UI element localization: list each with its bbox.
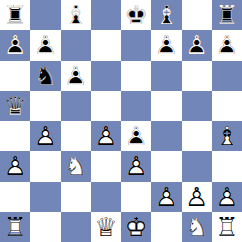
piece-outline: ♖ xyxy=(0,0,30,30)
square-c5[interactable] xyxy=(61,91,91,121)
square-f1[interactable] xyxy=(151,212,181,242)
square-e1[interactable]: ♚♔ xyxy=(121,212,151,242)
white-pawn: ♟♙ xyxy=(212,182,242,212)
square-c1[interactable] xyxy=(61,212,91,242)
square-b5[interactable] xyxy=(30,91,60,121)
white-pawn: ♟♙ xyxy=(91,121,121,151)
square-h8[interactable]: ♜♖ xyxy=(212,0,242,30)
square-d4[interactable]: ♟♙ xyxy=(91,121,121,151)
black-pawn: ♟♙ xyxy=(0,30,30,60)
square-a6[interactable] xyxy=(0,61,30,91)
chess-board: ♜♖♝♗♚♔♝♗♜♖♟♙♟♙♟♙♟♙♟♙♞♘♟♙♛♕♟♙♟♙♟♙♝♗♟♙♞♘♟♙… xyxy=(0,0,242,242)
square-h3[interactable] xyxy=(212,151,242,181)
square-h2[interactable]: ♟♙ xyxy=(212,182,242,212)
piece-outline: ♙ xyxy=(121,121,151,151)
square-a7[interactable]: ♟♙ xyxy=(0,30,30,60)
square-g8[interactable] xyxy=(182,0,212,30)
piece-outline: ♘ xyxy=(61,151,91,181)
square-c2[interactable] xyxy=(61,182,91,212)
square-e8[interactable]: ♚♔ xyxy=(121,0,151,30)
piece-outline: ♖ xyxy=(212,0,242,30)
piece-outline: ♖ xyxy=(212,212,242,242)
square-f4[interactable] xyxy=(151,121,181,151)
square-g1[interactable]: ♞♘ xyxy=(182,212,212,242)
square-g6[interactable] xyxy=(182,61,212,91)
black-rook: ♜♖ xyxy=(0,0,30,30)
square-c6[interactable]: ♟♙ xyxy=(61,61,91,91)
square-e4[interactable]: ♟♙ xyxy=(121,121,151,151)
square-a8[interactable]: ♜♖ xyxy=(0,0,30,30)
square-e7[interactable] xyxy=(121,30,151,60)
square-c3[interactable]: ♞♘ xyxy=(61,151,91,181)
piece-outline: ♙ xyxy=(182,182,212,212)
square-b7[interactable]: ♟♙ xyxy=(30,30,60,60)
square-f2[interactable]: ♟♙ xyxy=(151,182,181,212)
piece-outline: ♗ xyxy=(61,0,91,30)
black-queen: ♛♕ xyxy=(0,91,30,121)
square-c7[interactable] xyxy=(61,30,91,60)
piece-outline: ♙ xyxy=(91,121,121,151)
square-d2[interactable] xyxy=(91,182,121,212)
piece-outline: ♖ xyxy=(0,212,30,242)
square-e3[interactable]: ♟♙ xyxy=(121,151,151,181)
white-king: ♚♔ xyxy=(121,212,151,242)
square-d7[interactable] xyxy=(91,30,121,60)
square-f5[interactable] xyxy=(151,91,181,121)
square-a4[interactable] xyxy=(0,121,30,151)
square-e2[interactable] xyxy=(121,182,151,212)
black-pawn: ♟♙ xyxy=(30,30,60,60)
white-rook: ♜♖ xyxy=(212,212,242,242)
white-pawn: ♟♙ xyxy=(30,121,60,151)
black-pawn: ♟♙ xyxy=(151,30,181,60)
square-f8[interactable]: ♝♗ xyxy=(151,0,181,30)
square-h1[interactable]: ♜♖ xyxy=(212,212,242,242)
white-knight: ♞♘ xyxy=(182,212,212,242)
square-c4[interactable] xyxy=(61,121,91,151)
black-pawn: ♟♙ xyxy=(212,30,242,60)
piece-outline: ♙ xyxy=(182,30,212,60)
piece-outline: ♔ xyxy=(121,0,151,30)
piece-outline: ♗ xyxy=(151,0,181,30)
square-e5[interactable] xyxy=(121,91,151,121)
black-rook: ♜♖ xyxy=(212,0,242,30)
square-g7[interactable]: ♟♙ xyxy=(182,30,212,60)
black-knight: ♞♘ xyxy=(30,61,60,91)
square-g3[interactable] xyxy=(182,151,212,181)
piece-outline: ♘ xyxy=(30,61,60,91)
square-d5[interactable] xyxy=(91,91,121,121)
piece-outline: ♙ xyxy=(212,30,242,60)
black-pawn: ♟♙ xyxy=(182,30,212,60)
piece-outline: ♙ xyxy=(121,151,151,181)
square-h4[interactable]: ♝♗ xyxy=(212,121,242,151)
piece-outline: ♙ xyxy=(30,121,60,151)
square-a5[interactable]: ♛♕ xyxy=(0,91,30,121)
white-queen: ♛♕ xyxy=(91,212,121,242)
square-b8[interactable] xyxy=(30,0,60,30)
square-d3[interactable] xyxy=(91,151,121,181)
piece-outline: ♘ xyxy=(182,212,212,242)
piece-outline: ♔ xyxy=(121,212,151,242)
piece-outline: ♕ xyxy=(91,212,121,242)
black-bishop: ♝♗ xyxy=(61,0,91,30)
piece-outline: ♙ xyxy=(30,30,60,60)
square-b4[interactable]: ♟♙ xyxy=(30,121,60,151)
black-king: ♚♔ xyxy=(121,0,151,30)
piece-outline: ♙ xyxy=(61,61,91,91)
square-h7[interactable]: ♟♙ xyxy=(212,30,242,60)
square-f3[interactable] xyxy=(151,151,181,181)
white-pawn: ♟♙ xyxy=(182,182,212,212)
piece-outline: ♕ xyxy=(0,91,30,121)
square-d1[interactable]: ♛♕ xyxy=(91,212,121,242)
square-b3[interactable] xyxy=(30,151,60,181)
piece-outline: ♗ xyxy=(212,121,242,151)
black-pawn: ♟♙ xyxy=(121,121,151,151)
square-b6[interactable]: ♞♘ xyxy=(30,61,60,91)
square-f7[interactable]: ♟♙ xyxy=(151,30,181,60)
square-g4[interactable] xyxy=(182,121,212,151)
square-d6[interactable] xyxy=(91,61,121,91)
black-bishop: ♝♗ xyxy=(151,0,181,30)
square-b1[interactable] xyxy=(30,212,60,242)
white-bishop: ♝♗ xyxy=(212,121,242,151)
square-h6[interactable] xyxy=(212,61,242,91)
square-e6[interactable] xyxy=(121,61,151,91)
black-pawn: ♟♙ xyxy=(61,61,91,91)
piece-outline: ♙ xyxy=(0,30,30,60)
square-d8[interactable] xyxy=(91,0,121,30)
square-f6[interactable] xyxy=(151,61,181,91)
white-pawn: ♟♙ xyxy=(0,151,30,181)
square-a2[interactable] xyxy=(0,182,30,212)
piece-outline: ♙ xyxy=(212,182,242,212)
white-knight: ♞♘ xyxy=(61,151,91,181)
piece-outline: ♙ xyxy=(0,151,30,181)
white-pawn: ♟♙ xyxy=(121,151,151,181)
square-b2[interactable] xyxy=(30,182,60,212)
white-rook: ♜♖ xyxy=(0,212,30,242)
square-a3[interactable]: ♟♙ xyxy=(0,151,30,181)
square-g5[interactable] xyxy=(182,91,212,121)
square-h5[interactable] xyxy=(212,91,242,121)
piece-outline: ♙ xyxy=(151,30,181,60)
piece-outline: ♙ xyxy=(151,182,181,212)
white-pawn: ♟♙ xyxy=(151,182,181,212)
square-c8[interactable]: ♝♗ xyxy=(61,0,91,30)
square-a1[interactable]: ♜♖ xyxy=(0,212,30,242)
square-g2[interactable]: ♟♙ xyxy=(182,182,212,212)
